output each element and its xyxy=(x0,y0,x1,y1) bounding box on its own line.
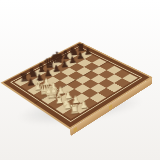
chess-piece: ♟ xyxy=(83,48,91,57)
chess-piece: ♟ xyxy=(60,60,69,69)
brass-clasp-icon xyxy=(109,105,112,110)
chess-set: ♜♞♝♛♚♝♞♜♟♟♟♟♟♟♟♟♝♟♛♟♚♟♝♟♞♟♜♟ xyxy=(75,74,134,133)
chess-piece: ♜ xyxy=(68,103,80,116)
brass-clasp-icon xyxy=(74,127,78,133)
chess-piece: ♟ xyxy=(52,65,61,75)
product-photo-background: ♜♞♝♛♚♝♞♜♟♟♟♟♟♟♟♟♝♟♛♟♚♟♝♟♞♟♜♟ xyxy=(0,0,160,160)
chess-piece: ♟ xyxy=(76,52,84,61)
chess-piece: ♟ xyxy=(68,56,77,65)
